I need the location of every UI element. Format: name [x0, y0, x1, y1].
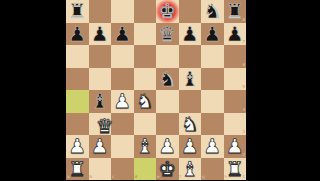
- square-g3[interactable]: [201, 113, 224, 136]
- coord-file-a: a: [67, 175, 69, 179]
- square-e6[interactable]: [156, 45, 179, 68]
- square-b3[interactable]: ♛: [89, 113, 112, 136]
- square-g2[interactable]: ♟: [201, 135, 224, 158]
- square-b4[interactable]: ♝: [89, 90, 112, 113]
- square-g1[interactable]: g: [201, 158, 224, 181]
- piece-white-pawn[interactable]: ♟: [111, 90, 134, 113]
- square-h4[interactable]: 4: [224, 90, 247, 113]
- square-g4[interactable]: [201, 90, 224, 113]
- chess-board: ♜♚♞♜8♟♟♟♛♟♟♟76♞♝5♝♟♞4♛♞3♟♟♝♟♟♟♟2♜abcd♚e♝…: [66, 0, 246, 180]
- piece-white-pawn[interactable]: ♟: [66, 135, 89, 158]
- coord-rank-1: 1: [242, 175, 245, 179]
- piece-black-pawn[interactable]: ♟: [66, 23, 89, 46]
- square-f3[interactable]: ♞: [179, 113, 202, 136]
- square-e5[interactable]: ♞: [156, 68, 179, 91]
- piece-white-pawn[interactable]: ♟: [201, 135, 224, 158]
- piece-black-pawn[interactable]: ♟: [201, 23, 224, 46]
- square-d6[interactable]: [134, 45, 157, 68]
- piece-white-pawn[interactable]: ♟: [156, 135, 179, 158]
- square-h5[interactable]: 5: [224, 68, 247, 91]
- square-f2[interactable]: ♟: [179, 135, 202, 158]
- coord-rank-3: 3: [242, 130, 245, 134]
- square-a4[interactable]: [66, 90, 89, 113]
- square-c8[interactable]: [111, 0, 134, 23]
- coord-file-h: h: [225, 175, 228, 179]
- square-h8[interactable]: ♜8: [224, 0, 247, 23]
- square-f7[interactable]: ♟: [179, 23, 202, 46]
- letterbox-right: [246, 0, 320, 180]
- coord-rank-6: 6: [242, 63, 245, 67]
- piece-white-pawn[interactable]: ♟: [89, 135, 112, 158]
- piece-black-rook[interactable]: ♜: [66, 0, 89, 23]
- square-b5[interactable]: [89, 68, 112, 91]
- piece-black-knight[interactable]: ♞: [201, 0, 224, 23]
- square-d4[interactable]: ♞: [134, 90, 157, 113]
- square-d3[interactable]: [134, 113, 157, 136]
- square-e2[interactable]: ♟: [156, 135, 179, 158]
- piece-white-bishop[interactable]: ♝: [134, 135, 157, 158]
- piece-black-bishop[interactable]: ♝: [89, 90, 112, 113]
- square-g8[interactable]: ♞: [201, 0, 224, 23]
- piece-white-pawn[interactable]: ♟: [179, 135, 202, 158]
- piece-black-pawn[interactable]: ♟: [179, 23, 202, 46]
- video-frame: ♜♚♞♜8♟♟♟♛♟♟♟76♞♝5♝♟♞4♛♞3♟♟♝♟♟♟♟2♜abcd♚e♝…: [0, 0, 320, 180]
- square-g6[interactable]: [201, 45, 224, 68]
- coord-rank-5: 5: [242, 85, 245, 89]
- square-e1[interactable]: ♚e: [156, 158, 179, 181]
- square-e3[interactable]: [156, 113, 179, 136]
- square-c6[interactable]: [111, 45, 134, 68]
- piece-black-king[interactable]: ♚: [156, 0, 179, 23]
- piece-black-pawn[interactable]: ♟: [111, 23, 134, 46]
- square-e8[interactable]: ♚: [156, 0, 179, 23]
- coord-file-e: e: [157, 175, 159, 179]
- square-f6[interactable]: [179, 45, 202, 68]
- square-h1[interactable]: ♜h1: [224, 158, 247, 181]
- square-b1[interactable]: b: [89, 158, 112, 181]
- square-h3[interactable]: 3: [224, 113, 247, 136]
- coord-rank-7: 7: [242, 40, 245, 44]
- square-b7[interactable]: ♟: [89, 23, 112, 46]
- square-a2[interactable]: ♟: [66, 135, 89, 158]
- coord-file-c: c: [112, 175, 114, 179]
- square-h6[interactable]: 6: [224, 45, 247, 68]
- square-a6[interactable]: [66, 45, 89, 68]
- letterbox-left: [0, 0, 66, 180]
- square-c4[interactable]: ♟: [111, 90, 134, 113]
- square-b2[interactable]: ♟: [89, 135, 112, 158]
- square-d7[interactable]: [134, 23, 157, 46]
- coord-rank-4: 4: [242, 108, 245, 112]
- square-a8[interactable]: ♜: [66, 0, 89, 23]
- square-a1[interactable]: ♜a: [66, 158, 89, 181]
- square-d1[interactable]: d: [134, 158, 157, 181]
- square-h7[interactable]: ♟7: [224, 23, 247, 46]
- square-e4[interactable]: [156, 90, 179, 113]
- square-d8[interactable]: [134, 0, 157, 23]
- coord-file-d: d: [135, 175, 138, 179]
- square-b8[interactable]: [89, 0, 112, 23]
- piece-black-bishop[interactable]: ♝: [179, 68, 202, 91]
- square-f1[interactable]: ♝f: [179, 158, 202, 181]
- coord-file-b: b: [90, 175, 93, 179]
- square-f4[interactable]: [179, 90, 202, 113]
- piece-black-pawn[interactable]: ♟: [89, 23, 112, 46]
- square-f8[interactable]: [179, 0, 202, 23]
- square-d2[interactable]: ♝: [134, 135, 157, 158]
- coord-file-g: g: [202, 175, 205, 179]
- square-g5[interactable]: [201, 68, 224, 91]
- coord-rank-8: 8: [242, 18, 245, 22]
- piece-black-knight[interactable]: ♞: [156, 68, 179, 91]
- square-c5[interactable]: [111, 68, 134, 91]
- piece-white-knight[interactable]: ♞: [134, 90, 157, 113]
- square-d5[interactable]: [134, 68, 157, 91]
- square-e7[interactable]: ♛: [156, 23, 179, 46]
- square-g7[interactable]: ♟: [201, 23, 224, 46]
- square-a3[interactable]: [66, 113, 89, 136]
- piece-black-queen[interactable]: ♛: [156, 23, 179, 46]
- square-h2[interactable]: ♟2: [224, 135, 247, 158]
- coord-rank-2: 2: [242, 153, 245, 157]
- square-c1[interactable]: c: [111, 158, 134, 181]
- square-a7[interactable]: ♟: [66, 23, 89, 46]
- piece-white-bishop[interactable]: ♝: [179, 158, 202, 181]
- square-f5[interactable]: ♝: [179, 68, 202, 91]
- square-a5[interactable]: [66, 68, 89, 91]
- coord-file-f: f: [180, 175, 181, 179]
- piece-white-knight[interactable]: ♞: [179, 113, 202, 136]
- square-c7[interactable]: ♟: [111, 23, 134, 46]
- square-c2[interactable]: [111, 135, 134, 158]
- square-b6[interactable]: [89, 45, 112, 68]
